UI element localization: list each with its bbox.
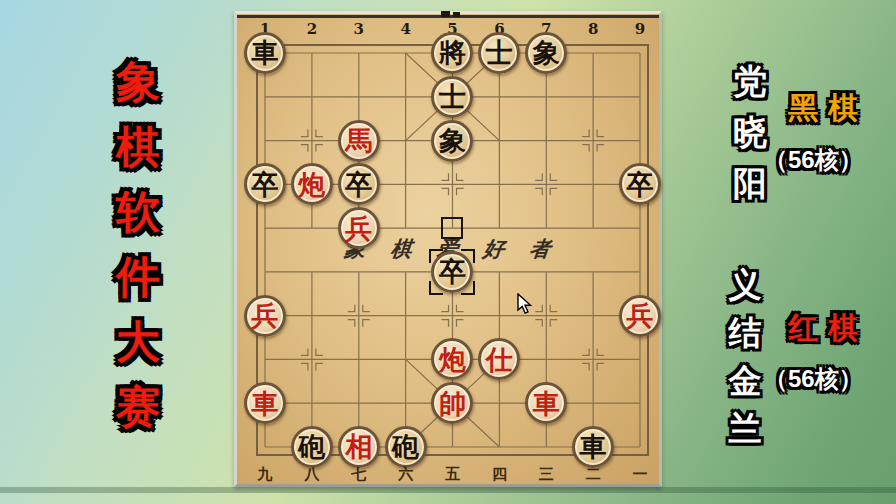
piece-black-士-6-0[interactable]: 士 (478, 32, 520, 74)
xiangqi-board[interactable]: 123456789 象棋爱好者 車將士象士馬象卒炮卒卒兵卒兵兵炮仕車帥車砲相砲車… (234, 11, 662, 487)
char: 二 (583, 467, 603, 482)
piece-black-卒-1-3[interactable]: 卒 (244, 163, 286, 205)
char: 结 (729, 316, 762, 349)
piece-char: 仕 (486, 346, 513, 373)
board-grid: 車將士象士馬象卒炮卒卒兵卒兵兵炮仕車帥車砲相砲車 (242, 31, 664, 469)
piece-red-車-1-8[interactable]: 車 (244, 382, 286, 424)
char: 大 (116, 320, 160, 364)
black-side-label: 黑棋 (788, 93, 868, 123)
char: 金 (729, 364, 762, 397)
left-banner-title: 象棋软件大赛 (114, 60, 162, 429)
bottom-column-labels: 九八七六五四三二一 (255, 467, 650, 482)
char: 晓 (733, 115, 767, 149)
piece-char: 兵 (626, 302, 653, 329)
char: 七 (349, 467, 369, 482)
char: 赛 (116, 385, 160, 429)
mouse-cursor (517, 293, 533, 319)
char: 阳 (733, 166, 767, 200)
last-move-dest-marker (429, 249, 475, 295)
piece-red-相-3-9[interactable]: 相 (338, 426, 380, 468)
piece-black-卒-3-3[interactable]: 卒 (338, 163, 380, 205)
piece-red-兵-1-6[interactable]: 兵 (244, 295, 286, 337)
cropped-title-fragment (453, 12, 460, 17)
piece-black-象-7-0[interactable]: 象 (525, 32, 567, 74)
piece-char: 炮 (439, 346, 466, 373)
bottom-shade-band (0, 487, 896, 493)
char: 一 (630, 467, 650, 482)
piece-red-兵-3-4[interactable]: 兵 (338, 207, 380, 249)
piece-char: 將 (439, 39, 466, 66)
char: 四 (489, 467, 509, 482)
red-player-name: 义结金兰 (728, 268, 762, 445)
char: 八 (302, 467, 322, 482)
last-move-origin-marker (441, 217, 463, 239)
cropped-title-fragment (441, 11, 450, 17)
piece-char: 砲 (392, 433, 419, 460)
piece-black-砲-2-9[interactable]: 砲 (291, 426, 333, 468)
piece-char: 車 (533, 390, 560, 417)
piece-red-車-7-8[interactable]: 車 (525, 382, 567, 424)
char: 件 (116, 255, 160, 299)
char: 九 (255, 467, 275, 482)
piece-black-砲-4-9[interactable]: 砲 (385, 426, 427, 468)
piece-char: 車 (251, 39, 278, 66)
black-player-name: 党晓阳 (732, 64, 768, 200)
piece-black-車-8-9[interactable]: 車 (572, 426, 614, 468)
piece-char: 車 (580, 433, 607, 460)
red-side-label: 红棋 (788, 313, 868, 343)
char: 象 (116, 60, 160, 104)
char: 三 (536, 467, 556, 482)
screenshot-stage: 象棋软件大赛 党晓阳 黑棋 （56核） 义结金兰 红棋 （56核） 123456… (0, 0, 896, 504)
piece-char: 兵 (345, 215, 372, 242)
piece-black-將-5-0[interactable]: 將 (431, 32, 473, 74)
black-cores-label: （56核） (764, 148, 863, 172)
piece-red-兵-9-6[interactable]: 兵 (619, 295, 661, 337)
char: 六 (396, 467, 416, 482)
piece-char: 象 (533, 39, 560, 66)
char: 五 (443, 467, 463, 482)
piece-red-仕-6-7[interactable]: 仕 (478, 338, 520, 380)
piece-char: 卒 (345, 171, 372, 198)
piece-char: 相 (345, 433, 372, 460)
piece-char: 兵 (251, 302, 278, 329)
piece-char: 象 (439, 127, 466, 154)
char: 兰 (729, 412, 762, 445)
char: 软 (116, 190, 160, 234)
char: 党 (733, 64, 767, 98)
piece-red-馬-3-2[interactable]: 馬 (338, 120, 380, 162)
piece-char: 卒 (626, 171, 653, 198)
piece-black-車-1-0[interactable]: 車 (244, 32, 286, 74)
piece-red-炮-2-3[interactable]: 炮 (291, 163, 333, 205)
piece-char: 卒 (251, 171, 278, 198)
char: 义 (729, 268, 762, 301)
char: 棋 (116, 125, 160, 169)
piece-black-象-5-2[interactable]: 象 (431, 120, 473, 162)
piece-char: 砲 (298, 433, 325, 460)
red-cores-label: （56核） (764, 367, 863, 391)
piece-char: 士 (486, 39, 513, 66)
piece-red-帥-5-8[interactable]: 帥 (431, 382, 473, 424)
piece-char: 馬 (345, 127, 372, 154)
piece-char: 帥 (439, 390, 466, 417)
piece-char: 車 (251, 390, 278, 417)
piece-char: 炮 (298, 171, 325, 198)
piece-red-炮-5-7[interactable]: 炮 (431, 338, 473, 380)
piece-black-士-5-1[interactable]: 士 (431, 76, 473, 118)
piece-black-卒-9-3[interactable]: 卒 (619, 163, 661, 205)
piece-char: 士 (439, 83, 466, 110)
